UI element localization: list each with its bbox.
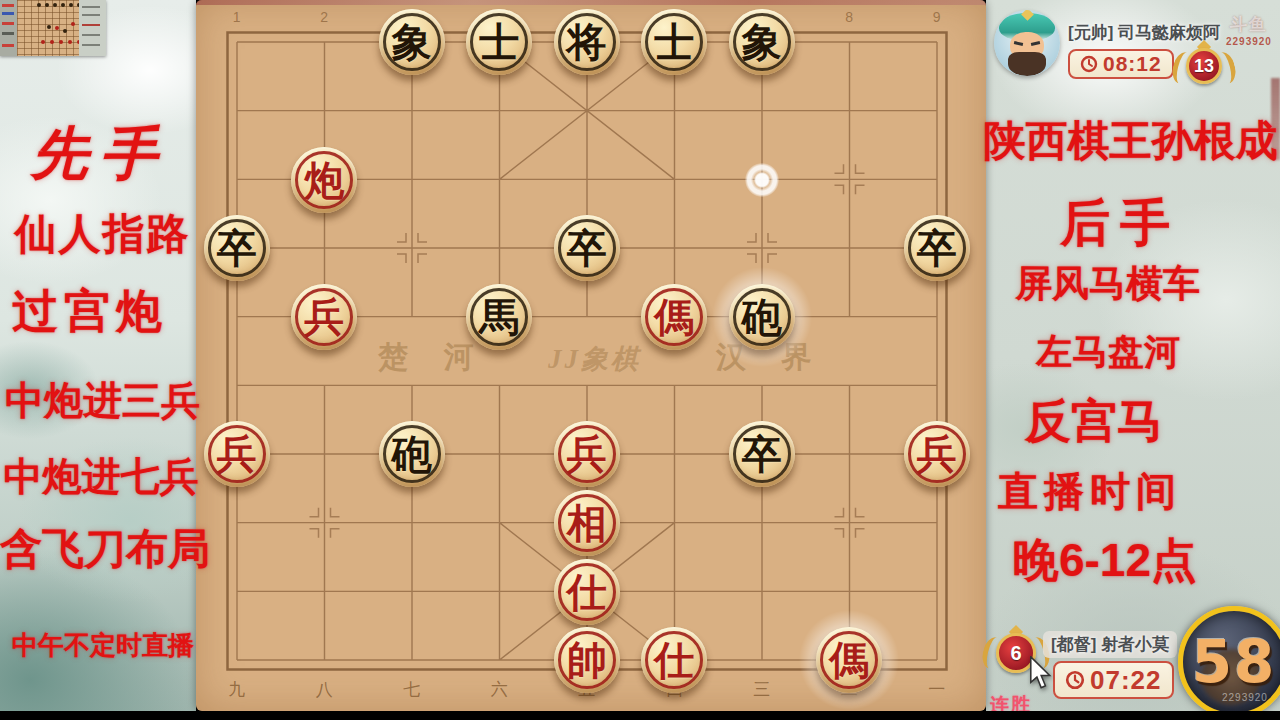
pip-text-bar <box>2 4 14 7</box>
piece-black-卒[interactable]: 卒 <box>204 215 270 281</box>
background-video-left <box>0 0 196 711</box>
xiangqi-board[interactable]: 123456789 九八七六五四三二一 楚 河 JJ象棋 汉 界 象士将士象炮卒… <box>196 0 986 711</box>
right-note-live-time-value: 晚6-12点 <box>984 530 1226 592</box>
letterbox-bar <box>0 711 1280 720</box>
pip-mini-board <box>17 0 79 56</box>
left-note-schedule: 中午不定时直播 <box>0 628 206 663</box>
pieces-grid[interactable]: 象士将士象炮卒卒卒兵馬傌砲兵砲兵卒兵相仕帥仕傌 <box>193 8 981 695</box>
bottom-player-name: [都督] 射者小莫 <box>1043 631 1177 658</box>
piece-black-卒[interactable]: 卒 <box>729 421 795 487</box>
piece-red-傌[interactable]: 傌 <box>641 284 707 350</box>
left-note-opening-3: 中炮进三兵 <box>0 374 205 428</box>
right-note-second-move: 后手 <box>1040 190 1200 257</box>
top-player-level-badge: 13 <box>1186 48 1222 84</box>
top-player-clock: 08:12 <box>1068 49 1174 79</box>
right-note-live-time-label: 直播时间 <box>990 464 1190 519</box>
pip-red-pieces <box>41 40 45 44</box>
piece-red-傌[interactable]: 傌 <box>816 627 882 693</box>
piece-black-卒[interactable]: 卒 <box>904 215 970 281</box>
pip-text-bar <box>2 22 14 25</box>
top-player-avatar <box>994 10 1060 76</box>
pip-text-bar <box>2 32 14 35</box>
left-note-opening-4: 中炮进七兵 <box>0 450 202 504</box>
piece-black-馬[interactable]: 馬 <box>466 284 532 350</box>
piece-red-兵[interactable]: 兵 <box>291 284 357 350</box>
piece-black-砲[interactable]: 砲 <box>379 421 445 487</box>
bottom-player-time: 07:22 <box>1090 665 1162 696</box>
pip-thumbnail <box>0 0 106 56</box>
pip-text-bar <box>82 34 100 36</box>
clock-icon <box>1065 670 1085 690</box>
piece-black-象[interactable]: 象 <box>379 9 445 75</box>
douyu-room-id: 2293920 <box>1226 36 1272 47</box>
left-note-first-move: 先手 <box>4 116 196 193</box>
left-note-opening-1: 仙人指路 <box>0 206 205 262</box>
right-note-opening-1: 屏风马横车 <box>1000 259 1215 309</box>
piece-red-帥[interactable]: 帥 <box>554 627 620 693</box>
top-player-time: 08:12 <box>1103 52 1162 76</box>
piece-red-兵[interactable]: 兵 <box>204 421 270 487</box>
piece-black-将[interactable]: 将 <box>554 9 620 75</box>
pip-text-bar <box>82 44 100 46</box>
board-top-edge <box>196 0 986 5</box>
badge-number: 13 <box>1186 48 1222 84</box>
pip-black-pieces <box>37 3 41 7</box>
piece-black-士[interactable]: 士 <box>641 9 707 75</box>
left-note-opening-2: 过宫炮 <box>0 281 180 343</box>
pip-left-strip <box>0 0 17 56</box>
right-note-opening-3: 反宫马 <box>1008 391 1180 453</box>
piece-red-仕[interactable]: 仕 <box>554 559 620 625</box>
left-note-opening-5: 含飞刀布局 <box>0 521 206 577</box>
douyu-room-id-faint: 2293920 <box>1222 692 1268 703</box>
clock-icon <box>1080 55 1098 73</box>
pip-text-bar <box>2 12 14 15</box>
pip-text-bar <box>82 6 100 8</box>
pip-right-strip <box>79 0 106 56</box>
top-player-name: [元帅] 司马懿麻烦阿 <box>1068 21 1220 44</box>
mouse-cursor <box>1028 656 1054 690</box>
piece-black-砲[interactable]: 砲 <box>729 284 795 350</box>
pip-text-bar <box>2 44 14 47</box>
right-note-opening-2: 左马盘河 <box>1022 328 1194 377</box>
pip-text-bar <box>82 24 100 26</box>
stream-frame: 123456789 九八七六五四三二一 楚 河 JJ象棋 汉 界 象士将士象炮卒… <box>0 0 1280 720</box>
avatar-beard <box>1008 52 1046 76</box>
right-note-opponent: 陕西棋王孙根成 <box>981 113 1280 169</box>
piece-red-相[interactable]: 相 <box>554 490 620 556</box>
piece-black-象[interactable]: 象 <box>729 9 795 75</box>
piece-red-兵[interactable]: 兵 <box>554 421 620 487</box>
douyu-watermark: 斗鱼 2293920 <box>1226 13 1272 47</box>
piece-red-仕[interactable]: 仕 <box>641 627 707 693</box>
bottom-player-clock: 07:22 <box>1053 661 1174 699</box>
piece-black-士[interactable]: 士 <box>466 9 532 75</box>
countdown-seconds: 58 <box>1192 628 1277 696</box>
piece-red-炮[interactable]: 炮 <box>291 147 357 213</box>
pip-text-bar <box>82 14 100 16</box>
piece-red-兵[interactable]: 兵 <box>904 421 970 487</box>
piece-black-卒[interactable]: 卒 <box>554 215 620 281</box>
douyu-logo: 斗鱼 <box>1226 13 1272 36</box>
